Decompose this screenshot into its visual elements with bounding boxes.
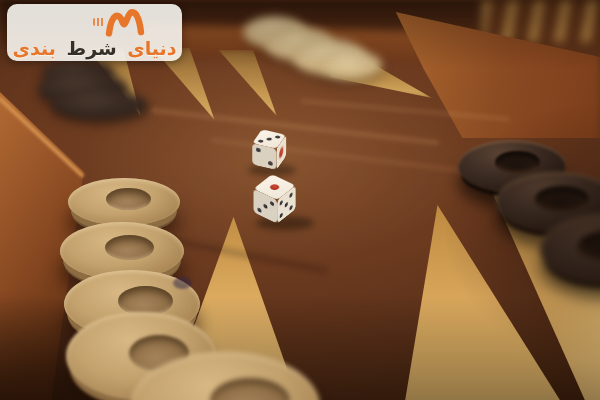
watermark-text: دنیای شرط بندی xyxy=(7,39,182,58)
far-dark-checker xyxy=(52,90,148,120)
die-pip xyxy=(268,161,273,166)
die-red-pip xyxy=(268,183,281,191)
dark-checker-hole xyxy=(578,231,600,262)
die-pip xyxy=(285,201,288,207)
ink-blemish xyxy=(173,277,192,289)
light-checker xyxy=(68,178,180,226)
die-pip xyxy=(290,204,293,210)
die-pip xyxy=(280,212,283,218)
watermark-card: دنیای شرط بندی xyxy=(7,4,182,61)
light-checker-hole xyxy=(210,378,290,400)
light-checker-hole xyxy=(106,188,151,210)
watermark-word-1: دنیای xyxy=(127,37,176,59)
die-pip xyxy=(257,139,264,143)
backgammon-photo-scene: دنیای شرط بندی xyxy=(0,0,600,400)
wood-grain-streak xyxy=(151,108,440,146)
light-checker-hole xyxy=(105,235,155,261)
dark-checker-hole xyxy=(495,151,540,174)
die-pip xyxy=(263,203,267,209)
watermark-arch-icon xyxy=(103,5,147,37)
watermark-word-3: بندی xyxy=(13,37,56,59)
die-pip xyxy=(266,137,273,141)
watermark-word-2: شرط xyxy=(66,37,116,59)
die-pip xyxy=(275,135,282,139)
far-light-checker xyxy=(318,50,382,80)
die-pip xyxy=(280,199,283,205)
die-pip xyxy=(256,147,261,152)
die-pip xyxy=(290,191,293,197)
die-pip xyxy=(257,207,261,213)
dark-checker-hole xyxy=(535,186,589,212)
far-point xyxy=(216,50,280,116)
die-red-pip xyxy=(279,145,283,160)
die-pip xyxy=(270,200,274,206)
